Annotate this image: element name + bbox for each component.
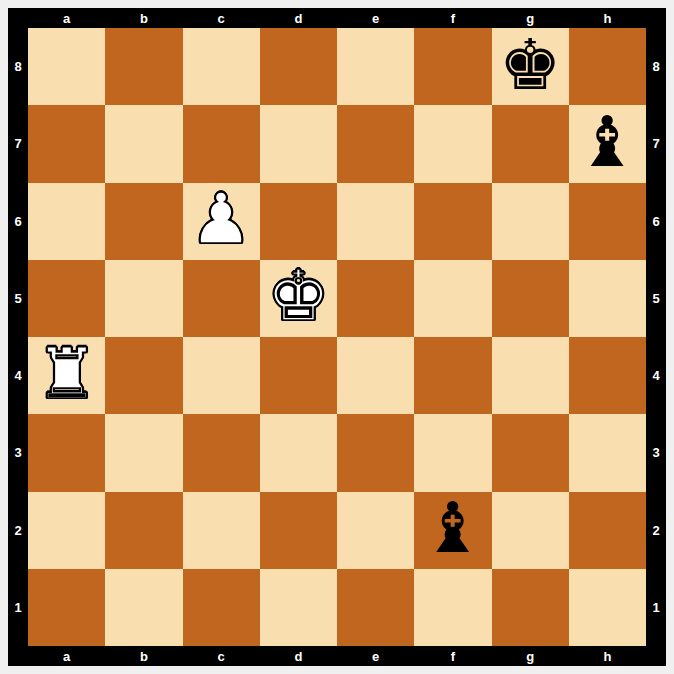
square-c7[interactable] [183, 105, 260, 182]
square-h3[interactable] [569, 414, 646, 491]
square-c8[interactable] [183, 28, 260, 105]
square-e4[interactable] [337, 337, 414, 414]
square-a4[interactable]: ♜ [28, 337, 105, 414]
square-a5[interactable] [28, 260, 105, 337]
square-a8[interactable] [28, 28, 105, 105]
square-a1[interactable] [28, 569, 105, 646]
square-h6[interactable] [569, 183, 646, 260]
square-h2[interactable] [569, 492, 646, 569]
frame-corner [8, 646, 28, 666]
square-e5[interactable] [337, 260, 414, 337]
piece-black-king[interactable]: ♚ [499, 30, 562, 100]
file-label-c-top: c [183, 8, 260, 28]
square-b8[interactable] [105, 28, 182, 105]
square-f1[interactable] [414, 569, 491, 646]
frame-corner [8, 8, 28, 28]
piece-white-rook[interactable]: ♜ [35, 339, 98, 409]
square-b6[interactable] [105, 183, 182, 260]
piece-black-bishop[interactable]: ♝ [576, 107, 639, 177]
square-g6[interactable] [492, 183, 569, 260]
file-label-f-top: f [414, 8, 491, 28]
rank-label-6-left: 6 [8, 183, 28, 260]
square-d6[interactable] [260, 183, 337, 260]
piece-white-king[interactable]: ♚ [267, 261, 330, 331]
square-e3[interactable] [337, 414, 414, 491]
rank-label-4-right: 4 [646, 337, 666, 414]
square-b4[interactable] [105, 337, 182, 414]
square-f8[interactable] [414, 28, 491, 105]
square-a7[interactable] [28, 105, 105, 182]
rank-label-2-left: 2 [8, 492, 28, 569]
rank-label-7-right: 7 [646, 105, 666, 182]
square-f7[interactable] [414, 105, 491, 182]
square-h5[interactable] [569, 260, 646, 337]
file-label-d-bottom: d [260, 646, 337, 666]
square-h7[interactable]: ♝ [569, 105, 646, 182]
square-g7[interactable] [492, 105, 569, 182]
rank-label-7-left: 7 [8, 105, 28, 182]
file-label-f-bottom: f [414, 646, 491, 666]
square-d8[interactable] [260, 28, 337, 105]
page-background: abcdefgh8♚87♝76♟65♚54♜4332♝211abcdefgh [0, 0, 674, 674]
rank-label-1-left: 1 [8, 569, 28, 646]
file-label-h-top: h [569, 8, 646, 28]
square-g1[interactable] [492, 569, 569, 646]
square-e2[interactable] [337, 492, 414, 569]
rank-label-1-right: 1 [646, 569, 666, 646]
square-b5[interactable] [105, 260, 182, 337]
square-e1[interactable] [337, 569, 414, 646]
square-g4[interactable] [492, 337, 569, 414]
rank-label-5-left: 5 [8, 260, 28, 337]
square-f6[interactable] [414, 183, 491, 260]
file-label-b-bottom: b [105, 646, 182, 666]
square-d1[interactable] [260, 569, 337, 646]
rank-label-3-left: 3 [8, 414, 28, 491]
square-c5[interactable] [183, 260, 260, 337]
square-f4[interactable] [414, 337, 491, 414]
square-f5[interactable] [414, 260, 491, 337]
square-c4[interactable] [183, 337, 260, 414]
file-label-e-top: e [337, 8, 414, 28]
file-label-g-bottom: g [492, 646, 569, 666]
square-c3[interactable] [183, 414, 260, 491]
square-h1[interactable] [569, 569, 646, 646]
square-f3[interactable] [414, 414, 491, 491]
file-label-e-bottom: e [337, 646, 414, 666]
piece-white-pawn[interactable]: ♟ [190, 184, 253, 254]
file-label-c-bottom: c [183, 646, 260, 666]
file-label-b-top: b [105, 8, 182, 28]
square-g5[interactable] [492, 260, 569, 337]
rank-label-8-right: 8 [646, 28, 666, 105]
square-e6[interactable] [337, 183, 414, 260]
square-h4[interactable] [569, 337, 646, 414]
square-g2[interactable] [492, 492, 569, 569]
square-g8[interactable]: ♚ [492, 28, 569, 105]
square-d7[interactable] [260, 105, 337, 182]
rank-label-3-right: 3 [646, 414, 666, 491]
square-c2[interactable] [183, 492, 260, 569]
square-e7[interactable] [337, 105, 414, 182]
square-d3[interactable] [260, 414, 337, 491]
square-c6[interactable]: ♟ [183, 183, 260, 260]
square-a6[interactable] [28, 183, 105, 260]
square-d5[interactable]: ♚ [260, 260, 337, 337]
rank-label-4-left: 4 [8, 337, 28, 414]
file-label-a-top: a [28, 8, 105, 28]
rank-label-5-right: 5 [646, 260, 666, 337]
file-label-d-top: d [260, 8, 337, 28]
rank-label-2-right: 2 [646, 492, 666, 569]
square-d2[interactable] [260, 492, 337, 569]
square-f2[interactable]: ♝ [414, 492, 491, 569]
rank-label-6-right: 6 [646, 183, 666, 260]
piece-black-bishop[interactable]: ♝ [421, 493, 484, 563]
square-h8[interactable] [569, 28, 646, 105]
square-d4[interactable] [260, 337, 337, 414]
square-a2[interactable] [28, 492, 105, 569]
file-label-h-bottom: h [569, 646, 646, 666]
file-label-a-bottom: a [28, 646, 105, 666]
square-a3[interactable] [28, 414, 105, 491]
square-c1[interactable] [183, 569, 260, 646]
square-b1[interactable] [105, 569, 182, 646]
frame-corner [646, 646, 666, 666]
square-b2[interactable] [105, 492, 182, 569]
square-b7[interactable] [105, 105, 182, 182]
square-b3[interactable] [105, 414, 182, 491]
board-frame: abcdefgh8♚87♝76♟65♚54♜4332♝211abcdefgh [8, 8, 666, 666]
square-g3[interactable] [492, 414, 569, 491]
square-e8[interactable] [337, 28, 414, 105]
frame-corner [646, 8, 666, 28]
rank-label-8-left: 8 [8, 28, 28, 105]
